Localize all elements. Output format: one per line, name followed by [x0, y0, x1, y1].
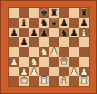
square-e7[interactable]: ♛	[49, 18, 59, 28]
chess-board: ♚♜♜♝♞♛♟♟♟♟♟♞♟♝♟♞♟♟♞♛♟♟♟♟♚♜♝♜	[9, 8, 89, 86]
square-a3[interactable]: ♟	[9, 57, 19, 67]
square-c8[interactable]	[29, 8, 39, 18]
square-f5[interactable]	[59, 37, 69, 47]
black-pawn-icon: ♟	[30, 28, 39, 37]
square-g8[interactable]	[69, 8, 79, 18]
square-b1[interactable]: ♚	[19, 76, 29, 86]
square-e6[interactable]	[49, 28, 59, 38]
square-c1[interactable]	[29, 76, 39, 86]
square-g1[interactable]	[69, 76, 79, 86]
white-pawn-icon: ♟	[10, 57, 19, 66]
square-c4[interactable]	[29, 47, 39, 57]
square-h5[interactable]	[79, 37, 89, 47]
square-a8[interactable]	[9, 8, 19, 18]
square-d8[interactable]: ♚	[39, 8, 49, 18]
black-queen-icon: ♛	[50, 18, 59, 27]
black-pawn-icon: ♟	[40, 28, 49, 37]
white-pawn-icon: ♟	[80, 67, 89, 76]
square-d2[interactable]	[39, 67, 49, 77]
square-b8[interactable]	[19, 8, 29, 18]
square-h2[interactable]: ♟	[79, 67, 89, 77]
square-d1[interactable]: ♜	[39, 76, 49, 86]
square-a7[interactable]	[9, 18, 19, 28]
square-b3[interactable]	[19, 57, 29, 67]
square-c7[interactable]	[29, 18, 39, 28]
black-knight-icon: ♞	[40, 18, 49, 27]
square-d5[interactable]	[39, 37, 49, 47]
black-pawn-icon: ♟	[60, 18, 69, 27]
square-h1[interactable]: ♜	[79, 76, 89, 86]
black-rook-icon: ♜	[50, 8, 59, 17]
square-h6[interactable]: ♝	[79, 28, 89, 38]
black-pawn-icon: ♟	[70, 28, 79, 37]
white-rook-icon: ♜	[40, 76, 49, 85]
square-d7[interactable]: ♞	[39, 18, 49, 28]
square-c2[interactable]: ♟	[29, 67, 39, 77]
square-d3[interactable]	[39, 57, 49, 67]
square-c5[interactable]	[29, 37, 39, 47]
white-bishop-icon: ♝	[60, 76, 69, 85]
black-pawn-icon: ♟	[20, 37, 29, 46]
square-g2[interactable]: ♟	[69, 67, 79, 77]
square-g6[interactable]: ♟	[69, 28, 79, 38]
square-e4[interactable]: ♟	[49, 47, 59, 57]
square-g5[interactable]	[69, 37, 79, 47]
white-pawn-icon: ♟	[50, 47, 59, 56]
square-d6[interactable]: ♟	[39, 28, 49, 38]
square-f2[interactable]	[59, 67, 69, 77]
square-e2[interactable]	[49, 67, 59, 77]
square-f1[interactable]: ♝	[59, 76, 69, 86]
square-a4[interactable]	[9, 47, 19, 57]
square-h3[interactable]	[79, 57, 89, 67]
white-bishop-icon: ♝	[80, 28, 89, 37]
square-c6[interactable]: ♟	[29, 28, 39, 38]
square-e1[interactable]	[49, 76, 59, 86]
square-a5[interactable]	[9, 37, 19, 47]
black-king-icon: ♚	[40, 8, 49, 17]
square-f6[interactable]: ♞	[59, 28, 69, 38]
square-d4[interactable]: ♞	[39, 47, 49, 57]
square-h8[interactable]: ♜	[79, 8, 89, 18]
black-pawn-icon: ♟	[80, 18, 89, 27]
black-rook-icon: ♜	[80, 8, 89, 17]
square-b4[interactable]	[19, 47, 29, 57]
white-knight-icon: ♞	[40, 47, 49, 56]
white-pawn-icon: ♟	[70, 67, 79, 76]
square-e5[interactable]	[49, 37, 59, 47]
black-knight-icon: ♞	[60, 28, 69, 37]
white-king-icon: ♚	[20, 76, 29, 85]
square-g7[interactable]	[69, 18, 79, 28]
square-g3[interactable]	[69, 57, 79, 67]
square-a1[interactable]	[9, 76, 19, 86]
square-g4[interactable]	[69, 47, 79, 57]
black-bishop-icon: ♝	[20, 18, 29, 27]
square-c3[interactable]: ♞	[29, 57, 39, 67]
black-pawn-icon: ♟	[10, 28, 19, 37]
square-e3[interactable]	[49, 57, 59, 67]
square-f4[interactable]	[59, 47, 69, 57]
square-h7[interactable]: ♟	[79, 18, 89, 28]
square-b2[interactable]: ♟	[19, 67, 29, 77]
white-pawn-icon: ♟	[30, 67, 39, 76]
square-h4[interactable]	[79, 47, 89, 57]
white-queen-icon: ♛	[60, 57, 69, 66]
square-e8[interactable]: ♜	[49, 8, 59, 18]
square-b6[interactable]	[19, 28, 29, 38]
square-f8[interactable]	[59, 8, 69, 18]
square-f7[interactable]: ♟	[59, 18, 69, 28]
white-pawn-icon: ♟	[20, 67, 29, 76]
square-b7[interactable]: ♝	[19, 18, 29, 28]
white-knight-icon: ♞	[30, 57, 39, 66]
board-frame: ♚♜♜♝♞♛♟♟♟♟♟♞♟♝♟♞♟♟♞♛♟♟♟♟♚♜♝♜	[0, 0, 97, 94]
square-f3[interactable]: ♛	[59, 57, 69, 67]
square-a6[interactable]: ♟	[9, 28, 19, 38]
white-rook-icon: ♜	[80, 76, 89, 85]
square-a2[interactable]	[9, 67, 19, 77]
square-b5[interactable]: ♟	[19, 37, 29, 47]
